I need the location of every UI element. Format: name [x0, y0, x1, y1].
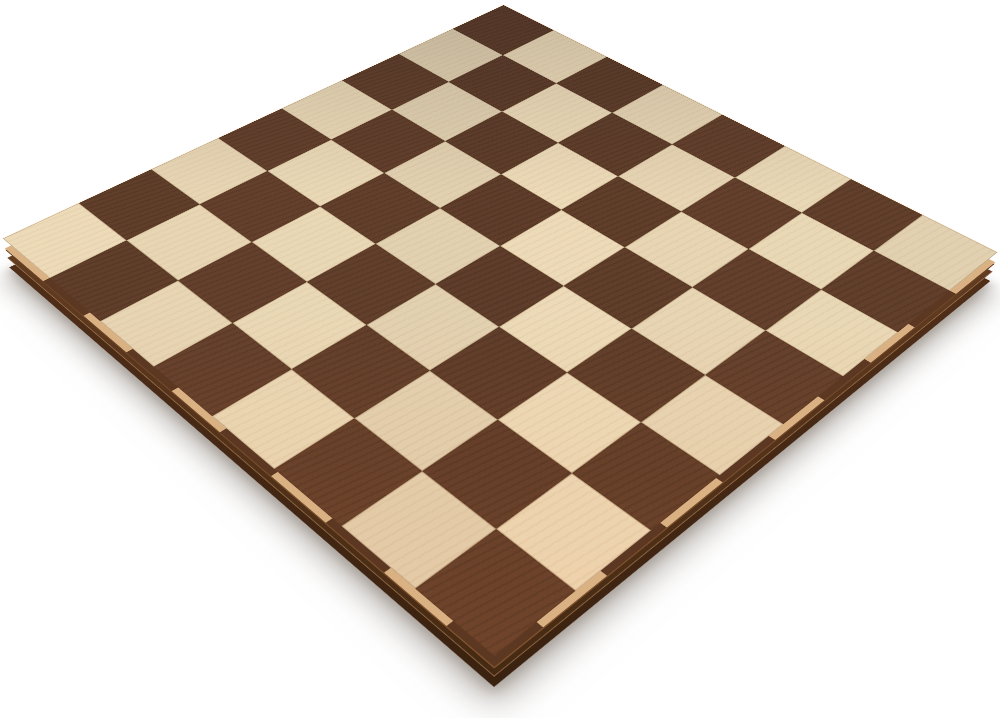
product-photo-canvas — [0, 0, 1000, 718]
chess-board — [5, 15, 995, 669]
playing-field — [2, 5, 998, 657]
square-grid — [3, 5, 998, 656]
